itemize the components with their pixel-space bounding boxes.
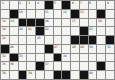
clue-number: 28 [72, 45, 75, 48]
black-cell [36, 27, 44, 35]
clue-number: 32 [2, 54, 5, 57]
clue-number: 17 [72, 19, 75, 22]
grid-cell[interactable] [27, 36, 35, 44]
grid-cell[interactable] [36, 71, 44, 79]
clue-number: 16 [45, 19, 48, 22]
grid-cell[interactable]: 7 [80, 1, 88, 9]
grid-cell[interactable] [89, 54, 97, 62]
black-cell [19, 19, 27, 27]
grid-cell[interactable] [19, 45, 27, 53]
grid-cell[interactable]: 20 [19, 27, 27, 35]
clue-number: 39 [28, 71, 31, 74]
clue-number: 7 [80, 1, 82, 4]
grid-cell[interactable]: 1 [1, 1, 9, 9]
clue-number: 20 [19, 27, 22, 30]
black-cell [62, 71, 70, 79]
grid-cell[interactable]: 3 [27, 1, 35, 9]
grid-cell[interactable] [27, 54, 35, 62]
grid-cell[interactable] [54, 62, 62, 70]
clue-number: 26 [10, 45, 13, 48]
grid-cell[interactable]: 30 [89, 45, 97, 53]
clue-number: 24 [2, 36, 5, 39]
clue-number: 3 [28, 1, 30, 4]
grid-cell[interactable] [54, 10, 62, 18]
grid-cell[interactable]: 28 [71, 45, 79, 53]
grid-cell[interactable] [80, 19, 88, 27]
grid-cell[interactable] [62, 19, 70, 27]
clue-number: 14 [2, 19, 5, 22]
grid-cell[interactable]: 21 [27, 27, 35, 35]
grid-cell[interactable]: 5 [54, 1, 62, 9]
black-cell [71, 10, 79, 18]
clue-number: 8 [89, 1, 91, 4]
clue-number: 31 [107, 45, 110, 48]
grid-cell[interactable] [54, 36, 62, 44]
grid-cell[interactable]: 2 [19, 1, 27, 9]
grid-cell[interactable] [36, 10, 44, 18]
grid-cell[interactable]: 32 [1, 54, 9, 62]
grid-cell[interactable] [106, 54, 114, 62]
grid-cell[interactable]: 6 [71, 1, 79, 9]
grid-cell[interactable] [19, 36, 27, 44]
clue-number: 12 [63, 10, 66, 13]
grid-cell[interactable] [62, 27, 70, 35]
grid-cell[interactable]: 4 [36, 1, 44, 9]
clue-number: 38 [2, 71, 5, 74]
grid-cell[interactable]: 36 [10, 62, 18, 70]
clue-number: 6 [72, 1, 74, 4]
grid-cell[interactable] [71, 27, 79, 35]
clue-number: 10 [19, 10, 22, 13]
grid-cell[interactable]: 40 [89, 71, 97, 79]
clue-number: 2 [19, 1, 21, 4]
grid-cell[interactable] [97, 54, 105, 62]
grid-cell[interactable]: 16 [45, 19, 53, 27]
black-cell [36, 19, 44, 27]
grid-cell[interactable] [97, 71, 105, 79]
grid-cell[interactable] [106, 71, 114, 79]
grid-cell[interactable]: 33 [19, 54, 27, 62]
black-cell [97, 10, 105, 18]
clue-number: 33 [19, 54, 22, 57]
grid-cell[interactable] [106, 62, 114, 70]
grid-cell[interactable]: 31 [106, 45, 114, 53]
clue-number: 30 [89, 45, 92, 48]
clue-number: 34 [63, 54, 66, 57]
grid-cell[interactable] [36, 45, 44, 53]
grid-cell[interactable] [97, 36, 105, 44]
grid-cell[interactable] [62, 62, 70, 70]
grid-cell[interactable]: 23 [89, 27, 97, 35]
grid-cell[interactable] [36, 54, 44, 62]
clue-number: 22 [45, 27, 48, 30]
grid-cell[interactable]: 29 [80, 45, 88, 53]
clue-number: 40 [89, 71, 92, 74]
clue-number: 35 [2, 62, 5, 65]
black-cell [62, 1, 70, 9]
grid-cell[interactable] [27, 45, 35, 53]
grid-cell[interactable] [62, 45, 70, 53]
grid-cell[interactable]: 8 [89, 1, 97, 9]
black-cell [1, 45, 9, 53]
grid-cell[interactable]: 26 [10, 45, 18, 53]
grid-cell[interactable]: 34 [62, 54, 70, 62]
grid-cell[interactable] [45, 36, 53, 44]
clue-number: 27 [54, 45, 57, 48]
black-cell [10, 54, 18, 62]
grid-cell[interactable] [97, 45, 105, 53]
grid-cell[interactable] [80, 54, 88, 62]
clue-number: 21 [28, 27, 31, 30]
grid-cell[interactable] [10, 27, 18, 35]
grid-cell[interactable]: 27 [54, 45, 62, 53]
grid-cell[interactable] [54, 27, 62, 35]
clue-number: 23 [89, 27, 92, 30]
clue-number: 25 [37, 36, 40, 39]
grid-cell[interactable]: 15 [10, 19, 18, 27]
grid-cell[interactable] [89, 62, 97, 70]
grid-cell[interactable] [71, 54, 79, 62]
black-cell [106, 36, 114, 44]
grid-cell[interactable]: 17 [71, 19, 79, 27]
grid-cell[interactable] [10, 36, 18, 44]
grid-cell[interactable] [80, 62, 88, 70]
clue-number: 9 [107, 1, 109, 4]
black-cell [19, 71, 27, 79]
grid-cell[interactable]: 24 [1, 36, 9, 44]
grid-cell[interactable] [62, 36, 70, 44]
grid-cell[interactable] [10, 71, 18, 79]
clue-number: 1 [2, 1, 4, 4]
grid-cell[interactable] [27, 10, 35, 18]
black-cell [45, 1, 53, 9]
clue-number: 19 [2, 27, 5, 30]
black-cell [80, 27, 88, 35]
grid-cell[interactable] [97, 27, 105, 35]
black-cell [27, 19, 35, 27]
grid-cell[interactable]: 12 [62, 10, 70, 18]
grid-cell[interactable] [89, 10, 97, 18]
black-cell [45, 45, 53, 53]
black-cell [10, 10, 18, 18]
grid-cell[interactable] [10, 1, 18, 9]
grid-cell[interactable] [71, 62, 79, 70]
grid-cell[interactable]: 11 [45, 10, 53, 18]
grid-cell[interactable]: 14 [1, 19, 9, 27]
grid-cell[interactable]: 37 [45, 62, 53, 70]
grid-cell[interactable] [19, 62, 27, 70]
grid-cell[interactable] [97, 1, 105, 9]
clue-number: 5 [54, 1, 56, 4]
grid-cell[interactable]: 35 [1, 62, 9, 70]
grid-cell[interactable] [71, 71, 79, 79]
black-cell [36, 62, 44, 70]
grid-cell[interactable] [106, 19, 114, 27]
grid-cell[interactable] [54, 19, 62, 27]
grid-cell[interactable]: 9 [106, 1, 114, 9]
clue-number: 18 [98, 19, 101, 22]
grid-cell[interactable] [1, 10, 9, 18]
grid-cell[interactable] [106, 10, 114, 18]
grid-cell[interactable]: 25 [36, 36, 44, 44]
black-cell [80, 36, 88, 44]
grid-cell[interactable]: 19 [1, 27, 9, 35]
grid-cell[interactable]: 38 [1, 71, 9, 79]
clue-number: 37 [45, 62, 48, 65]
grid-cell[interactable] [106, 27, 114, 35]
grid-cell[interactable] [45, 54, 53, 62]
black-cell [71, 36, 79, 44]
grid-cell[interactable]: 10 [19, 10, 27, 18]
grid-cell[interactable]: 39 [27, 71, 35, 79]
clue-number: 4 [37, 1, 39, 4]
grid-cell[interactable]: 18 [97, 19, 105, 27]
clue-number: 13 [80, 10, 83, 13]
clue-number: 11 [45, 10, 48, 13]
black-cell [54, 54, 62, 62]
black-cell [89, 36, 97, 44]
crossword-grid: 1234567891011121314151617181920212223242… [0, 0, 115, 80]
grid-cell[interactable]: 22 [45, 27, 53, 35]
grid-cell[interactable] [27, 62, 35, 70]
grid-cell[interactable] [89, 19, 97, 27]
black-cell [97, 62, 105, 70]
grid-cell[interactable] [45, 71, 53, 79]
black-cell [80, 71, 88, 79]
clue-number: 15 [10, 19, 14, 22]
clue-number: 29 [80, 45, 83, 48]
black-cell [54, 71, 62, 79]
clue-number: 36 [10, 62, 13, 65]
grid-cell[interactable]: 13 [80, 10, 88, 18]
